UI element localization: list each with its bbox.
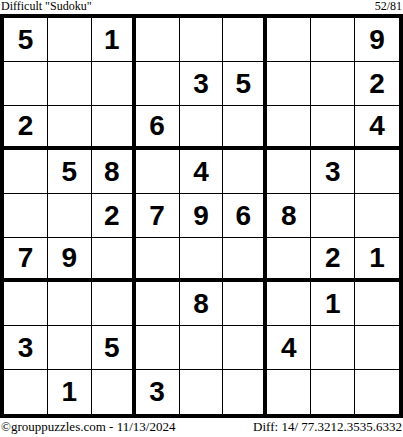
cell-r2c9: 2 [355,62,399,106]
cell-r4c8: 3 [311,150,355,194]
cell-r6c9: 1 [355,238,399,282]
cell-r7c8: 1 [311,282,355,326]
cell-r7c5: 8 [180,282,224,326]
header: Difficult "Sudoku" 52/81 [0,0,403,14]
cell-r3c4: 6 [136,106,180,150]
cell-r7c1[interactable] [4,282,48,326]
cell-r1c1: 5 [4,18,48,62]
cell-r2c5: 3 [180,62,224,106]
cell-r8c5[interactable] [180,326,224,370]
cell-r1c3: 1 [92,18,136,62]
cell-r9c1[interactable] [4,370,48,414]
cell-r9c6[interactable] [223,370,267,414]
cell-r2c3[interactable] [92,62,136,106]
cell-r6c3[interactable] [92,238,136,282]
cell-r5c3: 2 [92,194,136,238]
cell-r9c5[interactable] [180,370,224,414]
cell-r6c7[interactable] [267,238,311,282]
cell-r4c3: 8 [92,150,136,194]
cell-r4c6[interactable] [223,150,267,194]
cell-r6c1: 7 [4,238,48,282]
sudoku-board: 51935226458432796879218135413 [0,14,403,418]
cell-r8c6[interactable] [223,326,267,370]
cell-r2c6: 5 [223,62,267,106]
cell-r5c1[interactable] [4,194,48,238]
cell-r9c7[interactable] [267,370,311,414]
cell-r4c4[interactable] [136,150,180,194]
cell-r3c1: 2 [4,106,48,150]
cell-r4c7[interactable] [267,150,311,194]
cell-r4c9[interactable] [355,150,399,194]
cell-r3c7[interactable] [267,106,311,150]
puzzle-page: Difficult "Sudoku" 52/81 519352264584327… [0,0,403,437]
cell-r3c9: 4 [355,106,399,150]
cell-r2c4[interactable] [136,62,180,106]
cell-r8c4[interactable] [136,326,180,370]
cell-r7c9[interactable] [355,282,399,326]
cell-r8c7: 4 [267,326,311,370]
cell-r1c6[interactable] [223,18,267,62]
cell-r5c8[interactable] [311,194,355,238]
cell-r3c2[interactable] [48,106,92,150]
cell-r7c7[interactable] [267,282,311,326]
cell-r1c8[interactable] [311,18,355,62]
cell-r4c1[interactable] [4,150,48,194]
cell-r6c6[interactable] [223,238,267,282]
cell-r8c1: 3 [4,326,48,370]
cell-r4c5: 4 [180,150,224,194]
footer: ©grouppuzzles.com - 11/13/2024 Diff: 14/… [0,418,403,437]
cell-r5c6: 6 [223,194,267,238]
difficulty-rating-text: Diff: 14/ 77.3212.3535.6332 [253,420,402,434]
cell-r5c9[interactable] [355,194,399,238]
cell-r9c2: 1 [48,370,92,414]
cell-r5c5: 9 [180,194,224,238]
cell-r5c7: 8 [267,194,311,238]
cell-r6c8: 2 [311,238,355,282]
cell-r3c8[interactable] [311,106,355,150]
cell-r9c3[interactable] [92,370,136,414]
cell-r8c2[interactable] [48,326,92,370]
cell-r7c6[interactable] [223,282,267,326]
cell-r1c5[interactable] [180,18,224,62]
cell-r7c4[interactable] [136,282,180,326]
cell-r9c9[interactable] [355,370,399,414]
copyright-date-text: ©grouppuzzles.com - 11/13/2024 [1,420,175,434]
cell-r8c3: 5 [92,326,136,370]
cell-r1c7[interactable] [267,18,311,62]
cells-remaining-counter: 52/81 [375,0,402,13]
cell-r2c8[interactable] [311,62,355,106]
cell-r8c8[interactable] [311,326,355,370]
cell-r3c6[interactable] [223,106,267,150]
cell-r2c7[interactable] [267,62,311,106]
cell-r8c9[interactable] [355,326,399,370]
cell-r3c3[interactable] [92,106,136,150]
cell-r2c1[interactable] [4,62,48,106]
cell-r5c4: 7 [136,194,180,238]
cell-r6c5[interactable] [180,238,224,282]
cell-r6c4[interactable] [136,238,180,282]
cell-r5c2[interactable] [48,194,92,238]
cell-r9c4: 3 [136,370,180,414]
cell-r4c2: 5 [48,150,92,194]
cell-r1c2[interactable] [48,18,92,62]
cell-r9c8[interactable] [311,370,355,414]
cell-r2c2[interactable] [48,62,92,106]
cell-r7c2[interactable] [48,282,92,326]
puzzle-title: Difficult "Sudoku" [1,0,92,13]
cell-r7c3[interactable] [92,282,136,326]
cell-r1c4[interactable] [136,18,180,62]
cell-r6c2: 9 [48,238,92,282]
cell-r1c9: 9 [355,18,399,62]
cell-r3c5[interactable] [180,106,224,150]
